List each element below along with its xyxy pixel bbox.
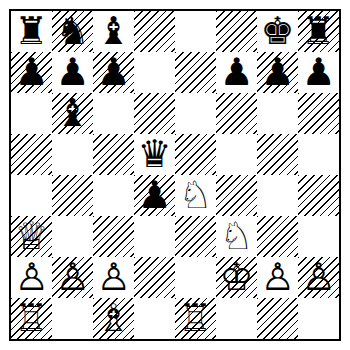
square-a6[interactable] bbox=[11, 93, 52, 134]
square-f3[interactable]: ♘ bbox=[216, 216, 257, 257]
square-f8[interactable] bbox=[216, 11, 257, 52]
square-b2[interactable]: ♙ bbox=[52, 257, 93, 298]
square-c5[interactable] bbox=[93, 134, 134, 175]
square-c1[interactable]: ♗ bbox=[93, 298, 134, 339]
square-g4[interactable] bbox=[257, 175, 298, 216]
square-h3[interactable] bbox=[298, 216, 339, 257]
square-a5[interactable] bbox=[11, 134, 52, 175]
square-d4[interactable]: ♟ bbox=[134, 175, 175, 216]
piece-wr-e1: ♖ bbox=[178, 298, 212, 339]
square-c8[interactable]: ♝ bbox=[93, 11, 134, 52]
square-e2[interactable] bbox=[175, 257, 216, 298]
piece-bb-b6: ♝ bbox=[55, 93, 89, 134]
piece-br-a8: ♜ bbox=[14, 11, 48, 52]
square-e3[interactable] bbox=[175, 216, 216, 257]
piece-bk-g8: ♚ bbox=[260, 11, 294, 52]
piece-wp-b2: ♙ bbox=[55, 257, 89, 298]
chess-board: ♜♞♝♚♜♟♟♟♟♟♟♝♛♟♘♕♘♙♙♙♔♙♙♖♗♖ bbox=[9, 9, 341, 341]
square-f2[interactable]: ♔ bbox=[216, 257, 257, 298]
piece-wp-g2: ♙ bbox=[260, 257, 294, 298]
piece-br-h8: ♜ bbox=[301, 11, 335, 52]
piece-wp-h2: ♙ bbox=[301, 257, 335, 298]
square-a7[interactable]: ♟ bbox=[11, 52, 52, 93]
square-f4[interactable] bbox=[216, 175, 257, 216]
piece-wq-a3: ♕ bbox=[14, 216, 48, 257]
piece-wp-c2: ♙ bbox=[96, 257, 130, 298]
piece-bn-b8: ♞ bbox=[55, 11, 89, 52]
square-a1[interactable]: ♖ bbox=[11, 298, 52, 339]
piece-wr-a1: ♖ bbox=[14, 298, 48, 339]
square-d1[interactable] bbox=[134, 298, 175, 339]
square-g8[interactable]: ♚ bbox=[257, 11, 298, 52]
square-e1[interactable]: ♖ bbox=[175, 298, 216, 339]
square-h5[interactable] bbox=[298, 134, 339, 175]
chess-diagram-page: ♜♞♝♚♜♟♟♟♟♟♟♝♛♟♘♕♘♙♙♙♔♙♙♖♗♖ bbox=[0, 0, 350, 350]
square-g5[interactable] bbox=[257, 134, 298, 175]
square-f1[interactable] bbox=[216, 298, 257, 339]
square-c2[interactable]: ♙ bbox=[93, 257, 134, 298]
square-g3[interactable] bbox=[257, 216, 298, 257]
square-b5[interactable] bbox=[52, 134, 93, 175]
piece-wn-f3: ♘ bbox=[219, 216, 253, 257]
square-b7[interactable]: ♟ bbox=[52, 52, 93, 93]
square-h1[interactable] bbox=[298, 298, 339, 339]
piece-bq-d5: ♛ bbox=[137, 134, 171, 175]
piece-bb-c8: ♝ bbox=[96, 11, 130, 52]
square-e7[interactable] bbox=[175, 52, 216, 93]
square-b6[interactable]: ♝ bbox=[52, 93, 93, 134]
square-c6[interactable] bbox=[93, 93, 134, 134]
square-g1[interactable] bbox=[257, 298, 298, 339]
square-h2[interactable]: ♙ bbox=[298, 257, 339, 298]
square-d6[interactable] bbox=[134, 93, 175, 134]
square-f6[interactable] bbox=[216, 93, 257, 134]
square-e8[interactable] bbox=[175, 11, 216, 52]
square-b4[interactable] bbox=[52, 175, 93, 216]
square-a8[interactable]: ♜ bbox=[11, 11, 52, 52]
square-a2[interactable]: ♙ bbox=[11, 257, 52, 298]
piece-wk-f2: ♔ bbox=[219, 257, 253, 298]
square-c3[interactable] bbox=[93, 216, 134, 257]
piece-bp-d4: ♟ bbox=[137, 175, 171, 216]
piece-bp-a7: ♟ bbox=[14, 52, 48, 93]
square-f5[interactable] bbox=[216, 134, 257, 175]
piece-wb-c1: ♗ bbox=[96, 298, 130, 339]
square-h4[interactable] bbox=[298, 175, 339, 216]
square-d3[interactable] bbox=[134, 216, 175, 257]
piece-bp-h7: ♟ bbox=[301, 52, 335, 93]
square-g7[interactable]: ♟ bbox=[257, 52, 298, 93]
square-e6[interactable] bbox=[175, 93, 216, 134]
piece-bp-g7: ♟ bbox=[260, 52, 294, 93]
square-g6[interactable] bbox=[257, 93, 298, 134]
piece-wn-e4: ♘ bbox=[178, 175, 212, 216]
square-b3[interactable] bbox=[52, 216, 93, 257]
square-b8[interactable]: ♞ bbox=[52, 11, 93, 52]
square-e4[interactable]: ♘ bbox=[175, 175, 216, 216]
square-d2[interactable] bbox=[134, 257, 175, 298]
square-e5[interactable] bbox=[175, 134, 216, 175]
square-g2[interactable]: ♙ bbox=[257, 257, 298, 298]
square-d7[interactable] bbox=[134, 52, 175, 93]
square-f7[interactable]: ♟ bbox=[216, 52, 257, 93]
square-h6[interactable] bbox=[298, 93, 339, 134]
square-d5[interactable]: ♛ bbox=[134, 134, 175, 175]
piece-bp-c7: ♟ bbox=[96, 52, 130, 93]
square-c7[interactable]: ♟ bbox=[93, 52, 134, 93]
square-b1[interactable] bbox=[52, 298, 93, 339]
square-d8[interactable] bbox=[134, 11, 175, 52]
square-a4[interactable] bbox=[11, 175, 52, 216]
square-h8[interactable]: ♜ bbox=[298, 11, 339, 52]
square-a3[interactable]: ♕ bbox=[11, 216, 52, 257]
piece-bp-f7: ♟ bbox=[219, 52, 253, 93]
piece-bp-b7: ♟ bbox=[55, 52, 89, 93]
piece-wp-a2: ♙ bbox=[14, 257, 48, 298]
square-c4[interactable] bbox=[93, 175, 134, 216]
square-h7[interactable]: ♟ bbox=[298, 52, 339, 93]
